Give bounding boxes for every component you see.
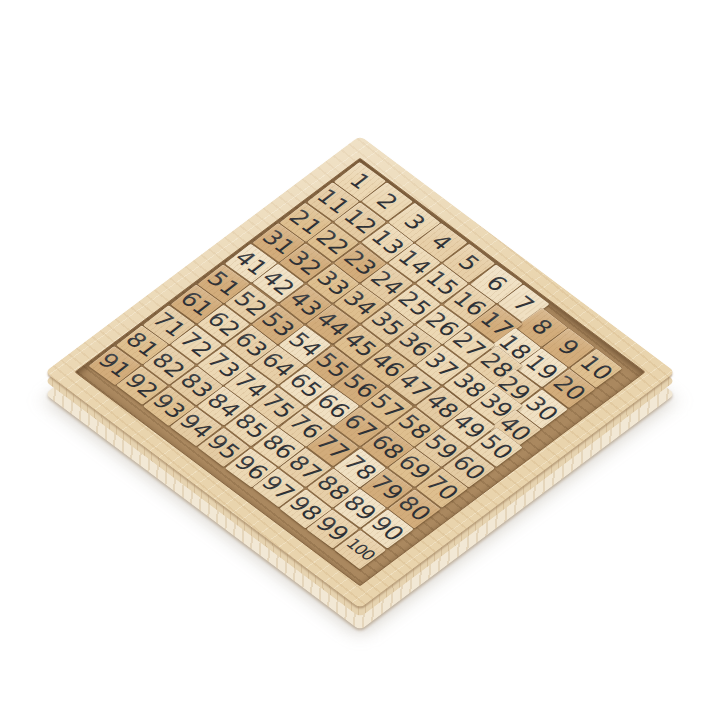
product-photo-stage: 1234567891011121314151617181920212223242… xyxy=(0,0,720,720)
board-recess: 1234567891011121314151617181920212223242… xyxy=(74,158,645,587)
hundred-board-tray: 1234567891011121314151617181920212223242… xyxy=(45,135,676,608)
